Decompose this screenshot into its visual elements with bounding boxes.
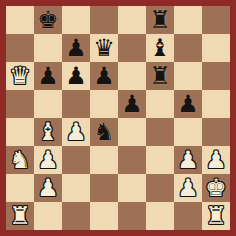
black-pawn: ♟ — [65, 34, 87, 62]
square-f5[interactable] — [146, 90, 174, 118]
black-pawn: ♟ — [37, 62, 59, 90]
square-g6[interactable] — [174, 62, 202, 90]
square-a8[interactable] — [6, 6, 34, 34]
black-rook: ♜ — [149, 6, 171, 34]
square-g8[interactable] — [174, 6, 202, 34]
square-f8[interactable]: ♜ — [146, 6, 174, 34]
square-h7[interactable] — [202, 34, 230, 62]
square-h4[interactable] — [202, 118, 230, 146]
square-d6[interactable]: ♟ — [90, 62, 118, 90]
white-pawn: ♟ — [177, 174, 199, 202]
square-f4[interactable] — [146, 118, 174, 146]
white-pawn: ♟ — [177, 146, 199, 174]
square-a6[interactable]: ♛ — [6, 62, 34, 90]
square-e6[interactable] — [118, 62, 146, 90]
white-pawn: ♟ — [37, 146, 59, 174]
square-e4[interactable] — [118, 118, 146, 146]
square-h8[interactable] — [202, 6, 230, 34]
black-pawn: ♟ — [65, 62, 87, 90]
black-pawn: ♟ — [93, 62, 115, 90]
white-rook: ♜ — [205, 202, 227, 230]
square-c5[interactable] — [62, 90, 90, 118]
square-a2[interactable] — [6, 174, 34, 202]
white-pawn: ♟ — [37, 174, 59, 202]
black-knight: ♞ — [93, 118, 115, 146]
square-b2[interactable]: ♟ — [34, 174, 62, 202]
chess-board: ♚♜♟♛♝♛♟♟♟♜♟♟♝♟♞♞♟♟♟♟♟♚♜♜ — [6, 6, 230, 230]
white-bishop: ♝ — [37, 118, 59, 146]
square-e2[interactable] — [118, 174, 146, 202]
square-c7[interactable]: ♟ — [62, 34, 90, 62]
square-c3[interactable] — [62, 146, 90, 174]
square-b4[interactable]: ♝ — [34, 118, 62, 146]
square-h2[interactable]: ♚ — [202, 174, 230, 202]
square-f1[interactable] — [146, 202, 174, 230]
square-e7[interactable] — [118, 34, 146, 62]
black-bishop: ♝ — [149, 34, 171, 62]
square-g2[interactable]: ♟ — [174, 174, 202, 202]
square-d8[interactable] — [90, 6, 118, 34]
square-c6[interactable]: ♟ — [62, 62, 90, 90]
square-e3[interactable] — [118, 146, 146, 174]
white-pawn: ♟ — [65, 118, 87, 146]
square-h3[interactable]: ♟ — [202, 146, 230, 174]
square-a1[interactable]: ♜ — [6, 202, 34, 230]
square-d1[interactable] — [90, 202, 118, 230]
square-a3[interactable]: ♞ — [6, 146, 34, 174]
square-b7[interactable] — [34, 34, 62, 62]
square-h6[interactable] — [202, 62, 230, 90]
square-a7[interactable] — [6, 34, 34, 62]
square-f6[interactable]: ♜ — [146, 62, 174, 90]
white-queen: ♛ — [9, 62, 31, 90]
square-f2[interactable] — [146, 174, 174, 202]
square-c8[interactable] — [62, 6, 90, 34]
square-b5[interactable] — [34, 90, 62, 118]
square-b8[interactable]: ♚ — [34, 6, 62, 34]
square-g1[interactable] — [174, 202, 202, 230]
white-king: ♚ — [205, 174, 227, 202]
square-g4[interactable] — [174, 118, 202, 146]
square-b6[interactable]: ♟ — [34, 62, 62, 90]
square-d7[interactable]: ♛ — [90, 34, 118, 62]
black-rook: ♜ — [149, 62, 171, 90]
square-c4[interactable]: ♟ — [62, 118, 90, 146]
white-knight: ♞ — [9, 146, 31, 174]
square-f7[interactable]: ♝ — [146, 34, 174, 62]
square-f3[interactable] — [146, 146, 174, 174]
square-g5[interactable]: ♟ — [174, 90, 202, 118]
square-e1[interactable] — [118, 202, 146, 230]
black-queen: ♛ — [93, 34, 115, 62]
square-h1[interactable]: ♜ — [202, 202, 230, 230]
square-h5[interactable] — [202, 90, 230, 118]
square-c2[interactable] — [62, 174, 90, 202]
square-c1[interactable] — [62, 202, 90, 230]
square-b3[interactable]: ♟ — [34, 146, 62, 174]
square-g3[interactable]: ♟ — [174, 146, 202, 174]
black-pawn: ♟ — [121, 90, 143, 118]
square-d4[interactable]: ♞ — [90, 118, 118, 146]
black-pawn: ♟ — [177, 90, 199, 118]
square-e5[interactable]: ♟ — [118, 90, 146, 118]
square-d3[interactable] — [90, 146, 118, 174]
black-king: ♚ — [37, 6, 59, 34]
square-e8[interactable] — [118, 6, 146, 34]
white-rook: ♜ — [9, 202, 31, 230]
square-b1[interactable] — [34, 202, 62, 230]
square-a4[interactable] — [6, 118, 34, 146]
square-d2[interactable] — [90, 174, 118, 202]
chess-board-frame: ♚♜♟♛♝♛♟♟♟♜♟♟♝♟♞♞♟♟♟♟♟♚♜♜ — [0, 0, 236, 236]
white-pawn: ♟ — [205, 146, 227, 174]
square-g7[interactable] — [174, 34, 202, 62]
square-a5[interactable] — [6, 90, 34, 118]
square-d5[interactable] — [90, 90, 118, 118]
